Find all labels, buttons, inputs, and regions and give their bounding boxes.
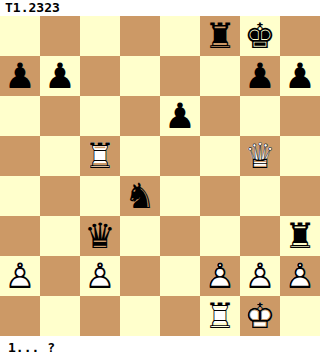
square-e6[interactable]: ♟ — [160, 96, 200, 136]
square-d6[interactable] — [120, 96, 160, 136]
square-e8[interactable] — [160, 16, 200, 56]
white-pawn-icon: ♙ — [240, 256, 280, 296]
square-a3[interactable] — [0, 216, 40, 256]
square-h6[interactable] — [280, 96, 320, 136]
white-rook-icon: ♖ — [80, 136, 120, 176]
white-king-icon: ♔ — [240, 296, 280, 336]
square-c7[interactable] — [80, 56, 120, 96]
square-e7[interactable] — [160, 56, 200, 96]
square-b1[interactable] — [40, 296, 80, 336]
black-queen-icon: ♛ — [80, 216, 120, 256]
black-king-icon: ♚ — [240, 16, 280, 56]
black-pawn-icon: ♟ — [0, 56, 40, 96]
black-rook-icon: ♜ — [200, 16, 240, 56]
square-g4[interactable] — [240, 176, 280, 216]
square-b2[interactable] — [40, 256, 80, 296]
square-f5[interactable] — [200, 136, 240, 176]
square-d1[interactable] — [120, 296, 160, 336]
square-c8[interactable] — [80, 16, 120, 56]
square-d4[interactable]: ♞ — [120, 176, 160, 216]
square-a1[interactable] — [0, 296, 40, 336]
square-e1[interactable] — [160, 296, 200, 336]
square-e4[interactable] — [160, 176, 200, 216]
square-h4[interactable] — [280, 176, 320, 216]
chess-board: ♜♚♟♟♟♟♟♜♖♛♕♞♛♜♟♙♟♙♟♙♟♙♟♙♜♖♚♔ — [0, 16, 320, 336]
square-h8[interactable] — [280, 16, 320, 56]
square-c6[interactable] — [80, 96, 120, 136]
white-pawn-icon: ♙ — [0, 256, 40, 296]
square-h2[interactable]: ♟♙ — [280, 256, 320, 296]
square-e2[interactable] — [160, 256, 200, 296]
square-h7[interactable]: ♟ — [280, 56, 320, 96]
square-a7[interactable]: ♟ — [0, 56, 40, 96]
square-b7[interactable]: ♟ — [40, 56, 80, 96]
square-g5[interactable]: ♛♕ — [240, 136, 280, 176]
square-c3[interactable]: ♛ — [80, 216, 120, 256]
square-a4[interactable] — [0, 176, 40, 216]
square-g3[interactable] — [240, 216, 280, 256]
square-a6[interactable] — [0, 96, 40, 136]
black-pawn-icon: ♟ — [40, 56, 80, 96]
square-f8[interactable]: ♜ — [200, 16, 240, 56]
square-c1[interactable] — [80, 296, 120, 336]
square-a2[interactable]: ♟♙ — [0, 256, 40, 296]
square-d2[interactable] — [120, 256, 160, 296]
square-f4[interactable] — [200, 176, 240, 216]
square-d5[interactable] — [120, 136, 160, 176]
square-a5[interactable] — [0, 136, 40, 176]
square-f3[interactable] — [200, 216, 240, 256]
square-d7[interactable] — [120, 56, 160, 96]
square-g8[interactable]: ♚ — [240, 16, 280, 56]
square-g1[interactable]: ♚♔ — [240, 296, 280, 336]
square-a8[interactable] — [0, 16, 40, 56]
white-rook-icon: ♖ — [200, 296, 240, 336]
square-b8[interactable] — [40, 16, 80, 56]
square-c4[interactable] — [80, 176, 120, 216]
square-h3[interactable]: ♜ — [280, 216, 320, 256]
square-g7[interactable]: ♟ — [240, 56, 280, 96]
white-pawn-icon: ♙ — [200, 256, 240, 296]
square-g6[interactable] — [240, 96, 280, 136]
square-b4[interactable] — [40, 176, 80, 216]
square-f2[interactable]: ♟♙ — [200, 256, 240, 296]
white-queen-icon: ♕ — [240, 136, 280, 176]
square-f1[interactable]: ♜♖ — [200, 296, 240, 336]
square-h5[interactable] — [280, 136, 320, 176]
square-d3[interactable] — [120, 216, 160, 256]
white-pawn-icon: ♙ — [80, 256, 120, 296]
square-h1[interactable] — [280, 296, 320, 336]
square-f6[interactable] — [200, 96, 240, 136]
black-pawn-icon: ♟ — [280, 56, 320, 96]
black-knight-icon: ♞ — [120, 176, 160, 216]
black-pawn-icon: ♟ — [160, 96, 200, 136]
white-pawn-icon: ♙ — [280, 256, 320, 296]
puzzle-title: T1.2323 — [0, 0, 320, 16]
square-d8[interactable] — [120, 16, 160, 56]
square-f7[interactable] — [200, 56, 240, 96]
square-e5[interactable] — [160, 136, 200, 176]
square-c2[interactable]: ♟♙ — [80, 256, 120, 296]
square-b5[interactable] — [40, 136, 80, 176]
square-b6[interactable] — [40, 96, 80, 136]
square-e3[interactable] — [160, 216, 200, 256]
black-rook-icon: ♜ — [280, 216, 320, 256]
move-prompt: 1... ? — [0, 336, 320, 360]
black-pawn-icon: ♟ — [240, 56, 280, 96]
square-c5[interactable]: ♜♖ — [80, 136, 120, 176]
square-b3[interactable] — [40, 216, 80, 256]
square-g2[interactable]: ♟♙ — [240, 256, 280, 296]
